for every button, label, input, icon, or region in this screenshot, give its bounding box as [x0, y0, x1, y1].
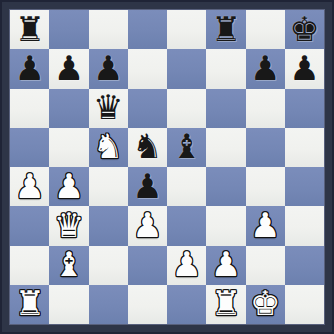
square-d2[interactable]: [128, 246, 167, 285]
square-b2[interactable]: ♝: [49, 246, 88, 285]
square-d4[interactable]: ♟: [128, 167, 167, 206]
piece-black-pawn[interactable]: ♟: [289, 51, 319, 85]
piece-black-pawn[interactable]: ♟: [250, 51, 280, 85]
square-h5[interactable]: [285, 128, 324, 167]
square-h1[interactable]: [285, 285, 324, 324]
piece-white-knight[interactable]: ♞: [93, 129, 123, 163]
piece-white-rook[interactable]: ♜: [14, 286, 44, 320]
piece-white-pawn[interactable]: ♟: [250, 208, 280, 242]
square-e1[interactable]: [167, 285, 206, 324]
square-e6[interactable]: [167, 89, 206, 128]
square-a6[interactable]: [10, 89, 49, 128]
square-a1[interactable]: ♜: [10, 285, 49, 324]
square-c7[interactable]: ♟: [89, 49, 128, 88]
square-d5[interactable]: ♞: [128, 128, 167, 167]
square-g4[interactable]: [246, 167, 285, 206]
square-g8[interactable]: [246, 10, 285, 49]
square-f8[interactable]: ♜: [206, 10, 245, 49]
square-a3[interactable]: [10, 206, 49, 245]
square-c6[interactable]: ♛: [89, 89, 128, 128]
square-d6[interactable]: [128, 89, 167, 128]
chess-board-frame: ♜♜♚♟♟♟♟♟♛♞♞♝♟♟♟♛♟♟♝♟♟♜♜♚: [0, 0, 334, 334]
square-e8[interactable]: [167, 10, 206, 49]
chess-board: ♜♜♚♟♟♟♟♟♛♞♞♝♟♟♟♛♟♟♝♟♟♜♜♚: [10, 10, 324, 324]
piece-black-bishop[interactable]: ♝: [171, 129, 201, 163]
square-a4[interactable]: ♟: [10, 167, 49, 206]
square-e5[interactable]: ♝: [167, 128, 206, 167]
square-b3[interactable]: ♛: [49, 206, 88, 245]
square-f1[interactable]: ♜: [206, 285, 245, 324]
square-e3[interactable]: [167, 206, 206, 245]
square-a7[interactable]: ♟: [10, 49, 49, 88]
square-b6[interactable]: [49, 89, 88, 128]
square-e4[interactable]: [167, 167, 206, 206]
square-h3[interactable]: [285, 206, 324, 245]
square-h4[interactable]: [285, 167, 324, 206]
piece-white-pawn[interactable]: ♟: [14, 169, 44, 203]
piece-black-pawn[interactable]: ♟: [14, 51, 44, 85]
square-a5[interactable]: [10, 128, 49, 167]
piece-white-rook[interactable]: ♜: [211, 286, 241, 320]
square-d7[interactable]: [128, 49, 167, 88]
square-h8[interactable]: ♚: [285, 10, 324, 49]
piece-white-queen[interactable]: ♛: [54, 208, 84, 242]
piece-black-pawn[interactable]: ♟: [93, 51, 123, 85]
piece-white-pawn[interactable]: ♟: [211, 247, 241, 281]
piece-white-pawn[interactable]: ♟: [54, 169, 84, 203]
square-f6[interactable]: [206, 89, 245, 128]
square-b7[interactable]: ♟: [49, 49, 88, 88]
square-f2[interactable]: ♟: [206, 246, 245, 285]
piece-white-pawn[interactable]: ♟: [132, 208, 162, 242]
square-d3[interactable]: ♟: [128, 206, 167, 245]
square-h2[interactable]: [285, 246, 324, 285]
piece-white-king[interactable]: ♚: [250, 286, 280, 320]
square-h7[interactable]: ♟: [285, 49, 324, 88]
square-c1[interactable]: [89, 285, 128, 324]
square-g5[interactable]: [246, 128, 285, 167]
square-f4[interactable]: [206, 167, 245, 206]
square-g2[interactable]: [246, 246, 285, 285]
square-c2[interactable]: [89, 246, 128, 285]
piece-black-queen[interactable]: ♛: [93, 90, 123, 124]
piece-black-pawn[interactable]: ♟: [132, 169, 162, 203]
piece-black-rook[interactable]: ♜: [211, 12, 241, 46]
square-f3[interactable]: [206, 206, 245, 245]
square-g1[interactable]: ♚: [246, 285, 285, 324]
square-c5[interactable]: ♞: [89, 128, 128, 167]
square-c4[interactable]: [89, 167, 128, 206]
square-b1[interactable]: [49, 285, 88, 324]
square-f5[interactable]: [206, 128, 245, 167]
square-g6[interactable]: [246, 89, 285, 128]
piece-black-rook[interactable]: ♜: [14, 12, 44, 46]
piece-white-bishop[interactable]: ♝: [54, 247, 84, 281]
square-a2[interactable]: [10, 246, 49, 285]
square-c3[interactable]: [89, 206, 128, 245]
square-c8[interactable]: [89, 10, 128, 49]
piece-black-knight[interactable]: ♞: [132, 129, 162, 163]
square-e7[interactable]: [167, 49, 206, 88]
square-d1[interactable]: [128, 285, 167, 324]
piece-black-king[interactable]: ♚: [289, 12, 319, 46]
square-h6[interactable]: [285, 89, 324, 128]
square-a8[interactable]: ♜: [10, 10, 49, 49]
square-b4[interactable]: ♟: [49, 167, 88, 206]
square-g3[interactable]: ♟: [246, 206, 285, 245]
piece-white-pawn[interactable]: ♟: [171, 247, 201, 281]
square-b8[interactable]: [49, 10, 88, 49]
square-e2[interactable]: ♟: [167, 246, 206, 285]
square-b5[interactable]: [49, 128, 88, 167]
square-d8[interactable]: [128, 10, 167, 49]
square-f7[interactable]: [206, 49, 245, 88]
piece-black-pawn[interactable]: ♟: [54, 51, 84, 85]
square-g7[interactable]: ♟: [246, 49, 285, 88]
